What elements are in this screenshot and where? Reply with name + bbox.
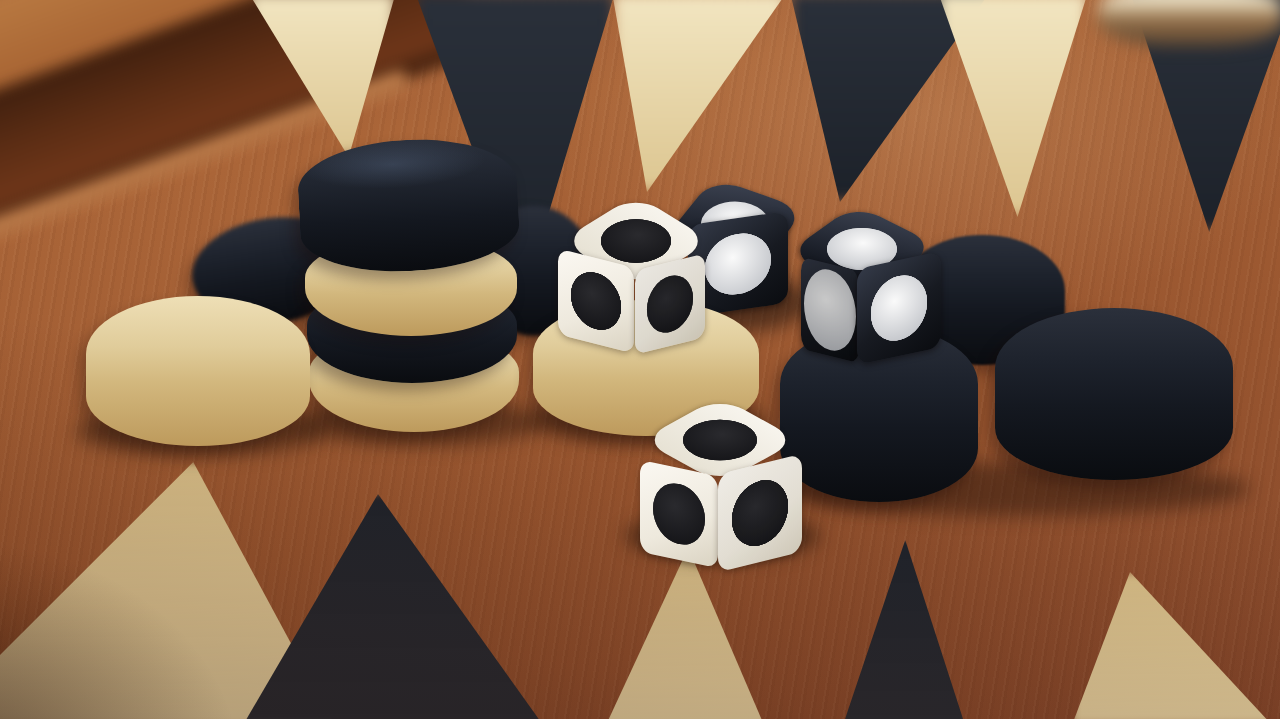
- checker-dark-far-right: [995, 308, 1233, 480]
- die-cell: [811, 275, 849, 345]
- die-face-left: [640, 460, 718, 569]
- die-cell: [653, 478, 704, 550]
- die-cell: [647, 271, 693, 338]
- die-face-right: [635, 253, 705, 354]
- white-die-front: [638, 382, 803, 562]
- checker-light-far-left: [86, 296, 310, 446]
- die-face-left: [801, 257, 859, 363]
- die-cell: [668, 411, 773, 468]
- die-face-right: [718, 454, 802, 573]
- black-die-right: [793, 202, 935, 362]
- white-die-back: [558, 182, 708, 332]
- die-face-right: [857, 251, 941, 365]
- backgammon-photo-scene: [0, 0, 1280, 719]
